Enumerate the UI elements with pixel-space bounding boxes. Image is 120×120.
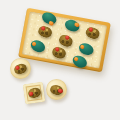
brown-olive-piece[interactable]: [57, 33, 74, 48]
pimento: [64, 34, 70, 39]
pimento: [58, 88, 63, 93]
scene: [0, 0, 120, 120]
cracker-square-with-brown-olive[interactable]: [23, 82, 46, 105]
brown-olive-piece[interactable]: [49, 83, 64, 96]
pimento: [74, 22, 80, 27]
pimento: [88, 27, 94, 32]
brown-olive-piece[interactable]: [50, 45, 66, 60]
pimento: [54, 47, 60, 52]
tic-tac-toe-board: [18, 8, 111, 73]
pimento: [14, 65, 20, 70]
pimento: [79, 45, 85, 50]
pimento: [48, 20, 54, 25]
brown-olive-piece[interactable]: [13, 62, 28, 76]
pimento: [31, 41, 37, 46]
pimento: [73, 56, 79, 62]
cracker-round-with-brown-olive[interactable]: [10, 58, 31, 79]
cracker-round-with-brown-olive[interactable]: [46, 79, 67, 100]
green-olive-piece[interactable]: [71, 53, 89, 70]
pimento: [28, 92, 33, 97]
board-grid: [22, 11, 108, 69]
brown-olive-piece[interactable]: [26, 86, 41, 99]
pimento: [41, 25, 47, 30]
